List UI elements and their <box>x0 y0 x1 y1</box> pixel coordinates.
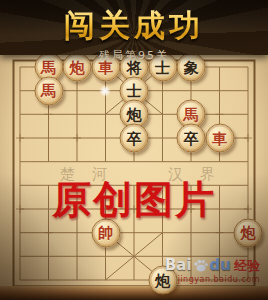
result-banner: 闯关成功 残局第95关 <box>0 0 268 55</box>
piece-character: 炮 <box>127 107 142 122</box>
sparkle-highlight <box>99 85 111 97</box>
piece-character: 帥 <box>98 226 113 241</box>
piece-character: 卒 <box>127 131 142 146</box>
xiangqi-piece-red[interactable]: 馬 <box>34 76 63 105</box>
baidu-logo-jingyan: 经验 <box>234 259 260 272</box>
baidu-paw-icon <box>193 258 209 273</box>
xiangqi-piece-black[interactable]: 卒 <box>177 124 206 153</box>
piece-character: 馬 <box>184 107 199 122</box>
piece-character: 卒 <box>184 131 199 146</box>
xiangqi-board[interactable]: 楚 河 汉 界 馬炮車将士象馬士炮馬卒卒車帥炮炮 原创图片 Bai du 经验 … <box>0 55 268 300</box>
piece-character: 馬 <box>41 84 56 99</box>
baidu-url: jingyan.baidu.com <box>165 276 260 284</box>
level-label: 残局第95关 <box>0 48 268 63</box>
xiangqi-piece-red[interactable]: 炮 <box>234 218 263 247</box>
xiangqi-piece-black[interactable]: 卒 <box>120 124 149 153</box>
banner-title: 闯关成功 <box>0 5 268 47</box>
baidu-logo-du: du <box>210 258 231 273</box>
xiangqi-piece-red[interactable]: 車 <box>205 124 234 153</box>
board-wood-edge <box>0 286 268 300</box>
game-screen: 闯关成功 残局第95关 楚 河 汉 界 馬炮車将士象馬士炮馬卒卒車帥炮炮 原创图… <box>0 0 268 300</box>
baidu-logo-bai: Bai <box>165 258 192 273</box>
piece-character: 士 <box>127 84 142 99</box>
baidu-jingyan-logo: Bai du 经验 jingyan.baidu.com <box>165 258 260 284</box>
piece-character: 車 <box>212 131 227 146</box>
watermark-text: 原创图片 <box>52 173 216 227</box>
piece-character: 炮 <box>241 226 256 241</box>
